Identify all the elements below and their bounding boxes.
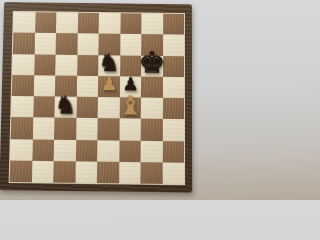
- piece-black-knight-c4[interactable]: ♞: [54, 93, 76, 117]
- square-f3[interactable]: [119, 119, 141, 141]
- frame-tick: ·: [77, 3, 98, 12]
- square-g4[interactable]: [141, 98, 163, 120]
- square-c2[interactable]: [54, 139, 76, 161]
- square-b5[interactable]: [33, 75, 55, 96]
- square-e1[interactable]: [97, 161, 119, 183]
- frame-tick: ·: [98, 3, 119, 12]
- square-b4[interactable]: [33, 96, 55, 118]
- square-h1[interactable]: [162, 162, 184, 184]
- chess-board: ♞♚♟♟♞♝ ········ ········ ········ ······…: [0, 2, 192, 192]
- square-h4[interactable]: [162, 98, 184, 120]
- frame-tick: ·: [56, 3, 77, 12]
- square-a8[interactable]: [13, 12, 35, 33]
- square-g8[interactable]: [141, 14, 162, 35]
- playing-area: ♞♚♟♟♞♝: [9, 11, 185, 185]
- frame-tick: ·: [14, 2, 35, 11]
- board-frame: ♞♚♟♟♞♝ ········ ········ ········ ······…: [0, 2, 192, 192]
- square-e8[interactable]: [99, 13, 121, 34]
- square-a2[interactable]: [10, 139, 32, 161]
- square-c7[interactable]: [56, 33, 78, 54]
- square-d3[interactable]: [76, 118, 98, 140]
- square-c4[interactable]: ♞: [54, 96, 76, 118]
- square-c3[interactable]: [54, 118, 76, 140]
- square-b6[interactable]: [34, 54, 56, 75]
- square-c1[interactable]: [53, 161, 75, 183]
- square-g2[interactable]: [141, 140, 163, 162]
- square-e5[interactable]: ♟: [98, 76, 120, 97]
- square-d8[interactable]: [77, 13, 99, 34]
- square-g3[interactable]: [141, 119, 163, 141]
- square-h2[interactable]: [162, 141, 184, 163]
- square-d6[interactable]: [77, 54, 99, 75]
- square-b2[interactable]: [32, 139, 54, 161]
- square-f4[interactable]: ♝: [119, 97, 141, 119]
- square-e4[interactable]: [98, 97, 120, 119]
- square-h5[interactable]: [162, 77, 184, 98]
- piece-black-knight-e6[interactable]: ♞: [98, 51, 120, 75]
- square-d5[interactable]: [76, 76, 98, 97]
- square-c6[interactable]: [55, 54, 77, 75]
- square-a4[interactable]: [11, 96, 33, 118]
- square-h6[interactable]: [163, 56, 184, 77]
- piece-black-king-g6[interactable]: ♚: [138, 48, 165, 78]
- square-b3[interactable]: [32, 118, 54, 140]
- frame-tick: ·: [119, 3, 140, 12]
- square-a3[interactable]: [11, 117, 33, 139]
- square-h8[interactable]: [163, 14, 184, 35]
- square-e3[interactable]: [97, 118, 119, 140]
- square-d2[interactable]: [75, 140, 97, 162]
- square-g6[interactable]: ♚: [141, 55, 163, 76]
- frame-tick: ·: [35, 2, 56, 11]
- square-d1[interactable]: [75, 161, 97, 183]
- square-b7[interactable]: [34, 33, 56, 54]
- frame-tick: ·: [161, 4, 182, 13]
- square-b8[interactable]: [35, 12, 57, 33]
- square-g1[interactable]: [140, 162, 162, 184]
- square-d4[interactable]: [76, 97, 98, 119]
- piece-white-pawn-e5[interactable]: ♟: [101, 76, 117, 94]
- square-f2[interactable]: [119, 140, 141, 162]
- square-a1[interactable]: [10, 160, 32, 182]
- frame-tick: ·: [140, 4, 161, 13]
- square-f1[interactable]: [119, 162, 141, 184]
- piece-white-bishop-f4[interactable]: ♝: [118, 92, 142, 118]
- square-a6[interactable]: [12, 54, 34, 75]
- square-a7[interactable]: [13, 33, 35, 54]
- square-f8[interactable]: [120, 13, 141, 34]
- square-c8[interactable]: [56, 12, 78, 33]
- square-d7[interactable]: [77, 34, 99, 55]
- square-e2[interactable]: [97, 140, 119, 162]
- square-b1[interactable]: [31, 161, 53, 183]
- square-h7[interactable]: [163, 35, 184, 56]
- square-a5[interactable]: [12, 75, 34, 96]
- square-h3[interactable]: [162, 119, 184, 141]
